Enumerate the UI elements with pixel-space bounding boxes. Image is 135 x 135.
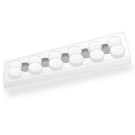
stud-top (8, 67, 22, 77)
product-photo-canvas (0, 0, 135, 135)
stud-top (28, 62, 42, 72)
stud-near-row (8, 67, 22, 80)
stud-top (110, 45, 125, 56)
stud-near-row (110, 45, 125, 59)
stud-top (49, 58, 63, 68)
stud-top (90, 49, 105, 60)
stud-near-row (49, 58, 63, 71)
stud-near-row (90, 49, 105, 62)
stud-near-row (28, 62, 42, 75)
stud-top (69, 54, 83, 64)
lego-part-image (0, 0, 135, 135)
stud-near-row (69, 54, 83, 67)
